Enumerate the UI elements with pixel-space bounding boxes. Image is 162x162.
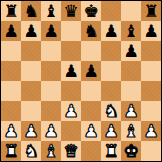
piece-white-bishop[interactable]: ♝ (123, 121, 138, 141)
square-f3[interactable]: ♞ (101, 101, 121, 121)
piece-white-pawn[interactable]: ♟ (43, 121, 58, 141)
piece-black-pawn[interactable]: ♟ (103, 21, 118, 41)
piece-white-bishop[interactable]: ♝ (43, 141, 58, 161)
piece-white-pawn[interactable]: ♟ (123, 101, 138, 121)
square-e7[interactable]: ♞ (81, 21, 101, 41)
square-f2[interactable]: ♟ (101, 121, 121, 141)
piece-black-pawn[interactable]: ♟ (143, 21, 158, 41)
square-f4[interactable] (101, 81, 121, 101)
piece-white-knight[interactable]: ♞ (23, 141, 38, 161)
square-b3[interactable] (21, 101, 41, 121)
square-f5[interactable] (101, 61, 121, 81)
square-b2[interactable]: ♟ (21, 121, 41, 141)
square-e8[interactable]: ♚ (81, 1, 101, 21)
piece-white-rook[interactable]: ♜ (3, 141, 18, 161)
square-b4[interactable] (21, 81, 41, 101)
chess-board: ♜♞♝♛♚♜♟♟♟♞♟♝♟♟♟♟♟♞♟♟♟♟♟♟♝♟♜♞♝♛♜♚ (1, 1, 161, 161)
piece-white-pawn[interactable]: ♟ (143, 121, 158, 141)
square-c6[interactable] (41, 41, 61, 61)
piece-white-pawn[interactable]: ♟ (3, 121, 18, 141)
square-h5[interactable] (141, 61, 161, 81)
square-c2[interactable]: ♟ (41, 121, 61, 141)
square-f7[interactable]: ♟ (101, 21, 121, 41)
square-e1[interactable] (81, 141, 101, 161)
piece-white-pawn[interactable]: ♟ (83, 121, 98, 141)
square-h7[interactable]: ♟ (141, 21, 161, 41)
piece-black-pawn[interactable]: ♟ (123, 41, 138, 61)
square-h1[interactable] (141, 141, 161, 161)
square-f1[interactable]: ♜ (101, 141, 121, 161)
square-g1[interactable]: ♚ (121, 141, 141, 161)
piece-black-rook[interactable]: ♜ (143, 1, 158, 21)
square-d3[interactable]: ♟ (61, 101, 81, 121)
piece-black-knight[interactable]: ♞ (83, 21, 98, 41)
piece-black-rook[interactable]: ♜ (3, 1, 18, 21)
piece-black-pawn[interactable]: ♟ (43, 21, 58, 41)
square-g5[interactable] (121, 61, 141, 81)
square-a6[interactable] (1, 41, 21, 61)
piece-white-rook[interactable]: ♜ (103, 141, 118, 161)
square-h4[interactable] (141, 81, 161, 101)
square-c5[interactable] (41, 61, 61, 81)
square-h3[interactable] (141, 101, 161, 121)
piece-black-pawn[interactable]: ♟ (23, 21, 38, 41)
piece-white-king[interactable]: ♚ (123, 141, 138, 161)
square-h6[interactable] (141, 41, 161, 61)
square-a4[interactable] (1, 81, 21, 101)
square-a7[interactable]: ♟ (1, 21, 21, 41)
square-a2[interactable]: ♟ (1, 121, 21, 141)
square-g3[interactable]: ♟ (121, 101, 141, 121)
square-e6[interactable] (81, 41, 101, 61)
square-b8[interactable]: ♞ (21, 1, 41, 21)
square-b6[interactable] (21, 41, 41, 61)
piece-white-knight[interactable]: ♞ (103, 101, 118, 121)
square-h8[interactable]: ♜ (141, 1, 161, 21)
piece-white-queen[interactable]: ♛ (63, 141, 78, 161)
piece-black-pawn[interactable]: ♟ (83, 61, 98, 81)
square-a3[interactable] (1, 101, 21, 121)
square-a1[interactable]: ♜ (1, 141, 21, 161)
square-c1[interactable]: ♝ (41, 141, 61, 161)
piece-black-king[interactable]: ♚ (83, 1, 98, 21)
square-a8[interactable]: ♜ (1, 1, 21, 21)
piece-black-bishop[interactable]: ♝ (123, 21, 138, 41)
piece-white-pawn[interactable]: ♟ (63, 101, 78, 121)
square-g4[interactable] (121, 81, 141, 101)
square-g8[interactable] (121, 1, 141, 21)
square-f6[interactable] (101, 41, 121, 61)
square-c7[interactable]: ♟ (41, 21, 61, 41)
square-a5[interactable] (1, 61, 21, 81)
square-b5[interactable] (21, 61, 41, 81)
square-f8[interactable] (101, 1, 121, 21)
piece-black-pawn[interactable]: ♟ (63, 61, 78, 81)
square-e5[interactable]: ♟ (81, 61, 101, 81)
piece-black-knight[interactable]: ♞ (23, 1, 38, 21)
square-d8[interactable]: ♛ (61, 1, 81, 21)
square-e2[interactable]: ♟ (81, 121, 101, 141)
piece-white-pawn[interactable]: ♟ (103, 121, 118, 141)
piece-black-pawn[interactable]: ♟ (3, 21, 18, 41)
square-d5[interactable]: ♟ (61, 61, 81, 81)
piece-black-queen[interactable]: ♛ (63, 1, 78, 21)
piece-black-bishop[interactable]: ♝ (43, 1, 58, 21)
square-c4[interactable] (41, 81, 61, 101)
square-g6[interactable]: ♟ (121, 41, 141, 61)
square-d4[interactable] (61, 81, 81, 101)
square-d7[interactable] (61, 21, 81, 41)
square-d2[interactable] (61, 121, 81, 141)
square-b1[interactable]: ♞ (21, 141, 41, 161)
square-g2[interactable]: ♝ (121, 121, 141, 141)
piece-white-pawn[interactable]: ♟ (23, 121, 38, 141)
square-e3[interactable] (81, 101, 101, 121)
square-b7[interactable]: ♟ (21, 21, 41, 41)
square-e4[interactable] (81, 81, 101, 101)
square-d1[interactable]: ♛ (61, 141, 81, 161)
square-c8[interactable]: ♝ (41, 1, 61, 21)
square-c3[interactable] (41, 101, 61, 121)
square-h2[interactable]: ♟ (141, 121, 161, 141)
chess-board-frame: ♜♞♝♛♚♜♟♟♟♞♟♝♟♟♟♟♟♞♟♟♟♟♟♟♝♟♜♞♝♛♜♚ (0, 0, 162, 162)
square-g7[interactable]: ♝ (121, 21, 141, 41)
square-d6[interactable] (61, 41, 81, 61)
